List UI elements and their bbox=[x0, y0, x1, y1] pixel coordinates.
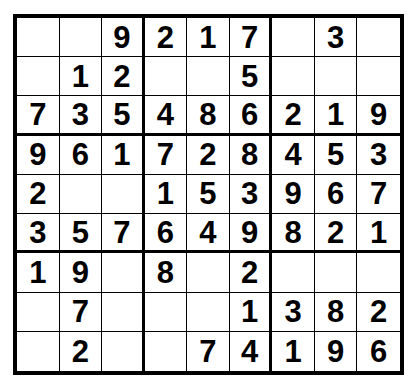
cell-r5c5: 5 bbox=[187, 175, 230, 214]
cell-r7c9[interactable] bbox=[357, 253, 400, 292]
cell-r1c3: 9 bbox=[102, 18, 145, 57]
cell-r9c4[interactable] bbox=[145, 332, 188, 371]
cell-r4c1: 9 bbox=[17, 136, 60, 175]
cell-r9c7: 1 bbox=[272, 332, 315, 371]
cell-r7c2: 9 bbox=[60, 253, 103, 292]
cell-r8c3[interactable] bbox=[102, 293, 145, 332]
cell-r1c6: 7 bbox=[230, 18, 273, 57]
cell-r4c2: 6 bbox=[60, 136, 103, 175]
cell-r2c2: 1 bbox=[60, 57, 103, 96]
cell-r1c9[interactable] bbox=[357, 18, 400, 57]
cell-r9c5: 7 bbox=[187, 332, 230, 371]
cell-r5c6: 3 bbox=[230, 175, 273, 214]
cell-r1c5: 1 bbox=[187, 18, 230, 57]
cell-r4c7: 4 bbox=[272, 136, 315, 175]
cell-r9c2: 2 bbox=[60, 332, 103, 371]
cell-r3c4: 4 bbox=[145, 96, 188, 135]
cell-r6c3: 7 bbox=[102, 214, 145, 253]
cell-r5c9: 7 bbox=[357, 175, 400, 214]
cell-r7c8[interactable] bbox=[315, 253, 358, 292]
cell-r3c8: 1 bbox=[315, 96, 358, 135]
cell-r9c8: 9 bbox=[315, 332, 358, 371]
cell-r2c9[interactable] bbox=[357, 57, 400, 96]
cell-r8c9: 2 bbox=[357, 293, 400, 332]
cell-r2c7[interactable] bbox=[272, 57, 315, 96]
cell-r6c7: 8 bbox=[272, 214, 315, 253]
cell-r7c1: 1 bbox=[17, 253, 60, 292]
cell-r1c7[interactable] bbox=[272, 18, 315, 57]
cell-r1c2[interactable] bbox=[60, 18, 103, 57]
cell-r3c6: 6 bbox=[230, 96, 273, 135]
cell-r2c6: 5 bbox=[230, 57, 273, 96]
cell-r2c5[interactable] bbox=[187, 57, 230, 96]
cell-r4c6: 8 bbox=[230, 136, 273, 175]
cell-r7c7[interactable] bbox=[272, 253, 315, 292]
cell-r5c3[interactable] bbox=[102, 175, 145, 214]
cell-r5c1: 2 bbox=[17, 175, 60, 214]
cell-r2c3: 2 bbox=[102, 57, 145, 96]
cell-r6c1: 3 bbox=[17, 214, 60, 253]
cell-r4c3: 1 bbox=[102, 136, 145, 175]
cell-r9c1[interactable] bbox=[17, 332, 60, 371]
cell-r4c5: 2 bbox=[187, 136, 230, 175]
cell-r8c7: 3 bbox=[272, 293, 315, 332]
cell-r8c6: 1 bbox=[230, 293, 273, 332]
cell-r5c8: 6 bbox=[315, 175, 358, 214]
cell-r2c4[interactable] bbox=[145, 57, 188, 96]
cell-r6c4: 6 bbox=[145, 214, 188, 253]
cell-r3c9: 9 bbox=[357, 96, 400, 135]
cell-r3c2: 3 bbox=[60, 96, 103, 135]
cell-r8c8: 8 bbox=[315, 293, 358, 332]
sudoku-board: 9217312573548621996172845321539673576498… bbox=[13, 14, 404, 375]
cell-r5c2[interactable] bbox=[60, 175, 103, 214]
cell-r7c6: 2 bbox=[230, 253, 273, 292]
cell-r9c9: 6 bbox=[357, 332, 400, 371]
cell-r4c9: 3 bbox=[357, 136, 400, 175]
cell-r9c6: 4 bbox=[230, 332, 273, 371]
cell-r6c8: 2 bbox=[315, 214, 358, 253]
cell-r6c5: 4 bbox=[187, 214, 230, 253]
cell-r7c3[interactable] bbox=[102, 253, 145, 292]
cell-r2c8[interactable] bbox=[315, 57, 358, 96]
cell-r5c7: 9 bbox=[272, 175, 315, 214]
cell-r6c2: 5 bbox=[60, 214, 103, 253]
cell-r7c4: 8 bbox=[145, 253, 188, 292]
cell-r8c4[interactable] bbox=[145, 293, 188, 332]
cell-r1c1[interactable] bbox=[17, 18, 60, 57]
cell-r5c4: 1 bbox=[145, 175, 188, 214]
cell-r6c9: 1 bbox=[357, 214, 400, 253]
cell-r4c8: 5 bbox=[315, 136, 358, 175]
cell-r8c2: 7 bbox=[60, 293, 103, 332]
cell-r1c8: 3 bbox=[315, 18, 358, 57]
cell-r4c4: 7 bbox=[145, 136, 188, 175]
cell-r3c1: 7 bbox=[17, 96, 60, 135]
cell-r2c1[interactable] bbox=[17, 57, 60, 96]
cell-r9c3[interactable] bbox=[102, 332, 145, 371]
cell-r8c1[interactable] bbox=[17, 293, 60, 332]
cell-r8c5[interactable] bbox=[187, 293, 230, 332]
cell-r3c7: 2 bbox=[272, 96, 315, 135]
cell-r3c3: 5 bbox=[102, 96, 145, 135]
cell-r1c4: 2 bbox=[145, 18, 188, 57]
cell-r3c5: 8 bbox=[187, 96, 230, 135]
cell-r6c6: 9 bbox=[230, 214, 273, 253]
cell-r7c5[interactable] bbox=[187, 253, 230, 292]
